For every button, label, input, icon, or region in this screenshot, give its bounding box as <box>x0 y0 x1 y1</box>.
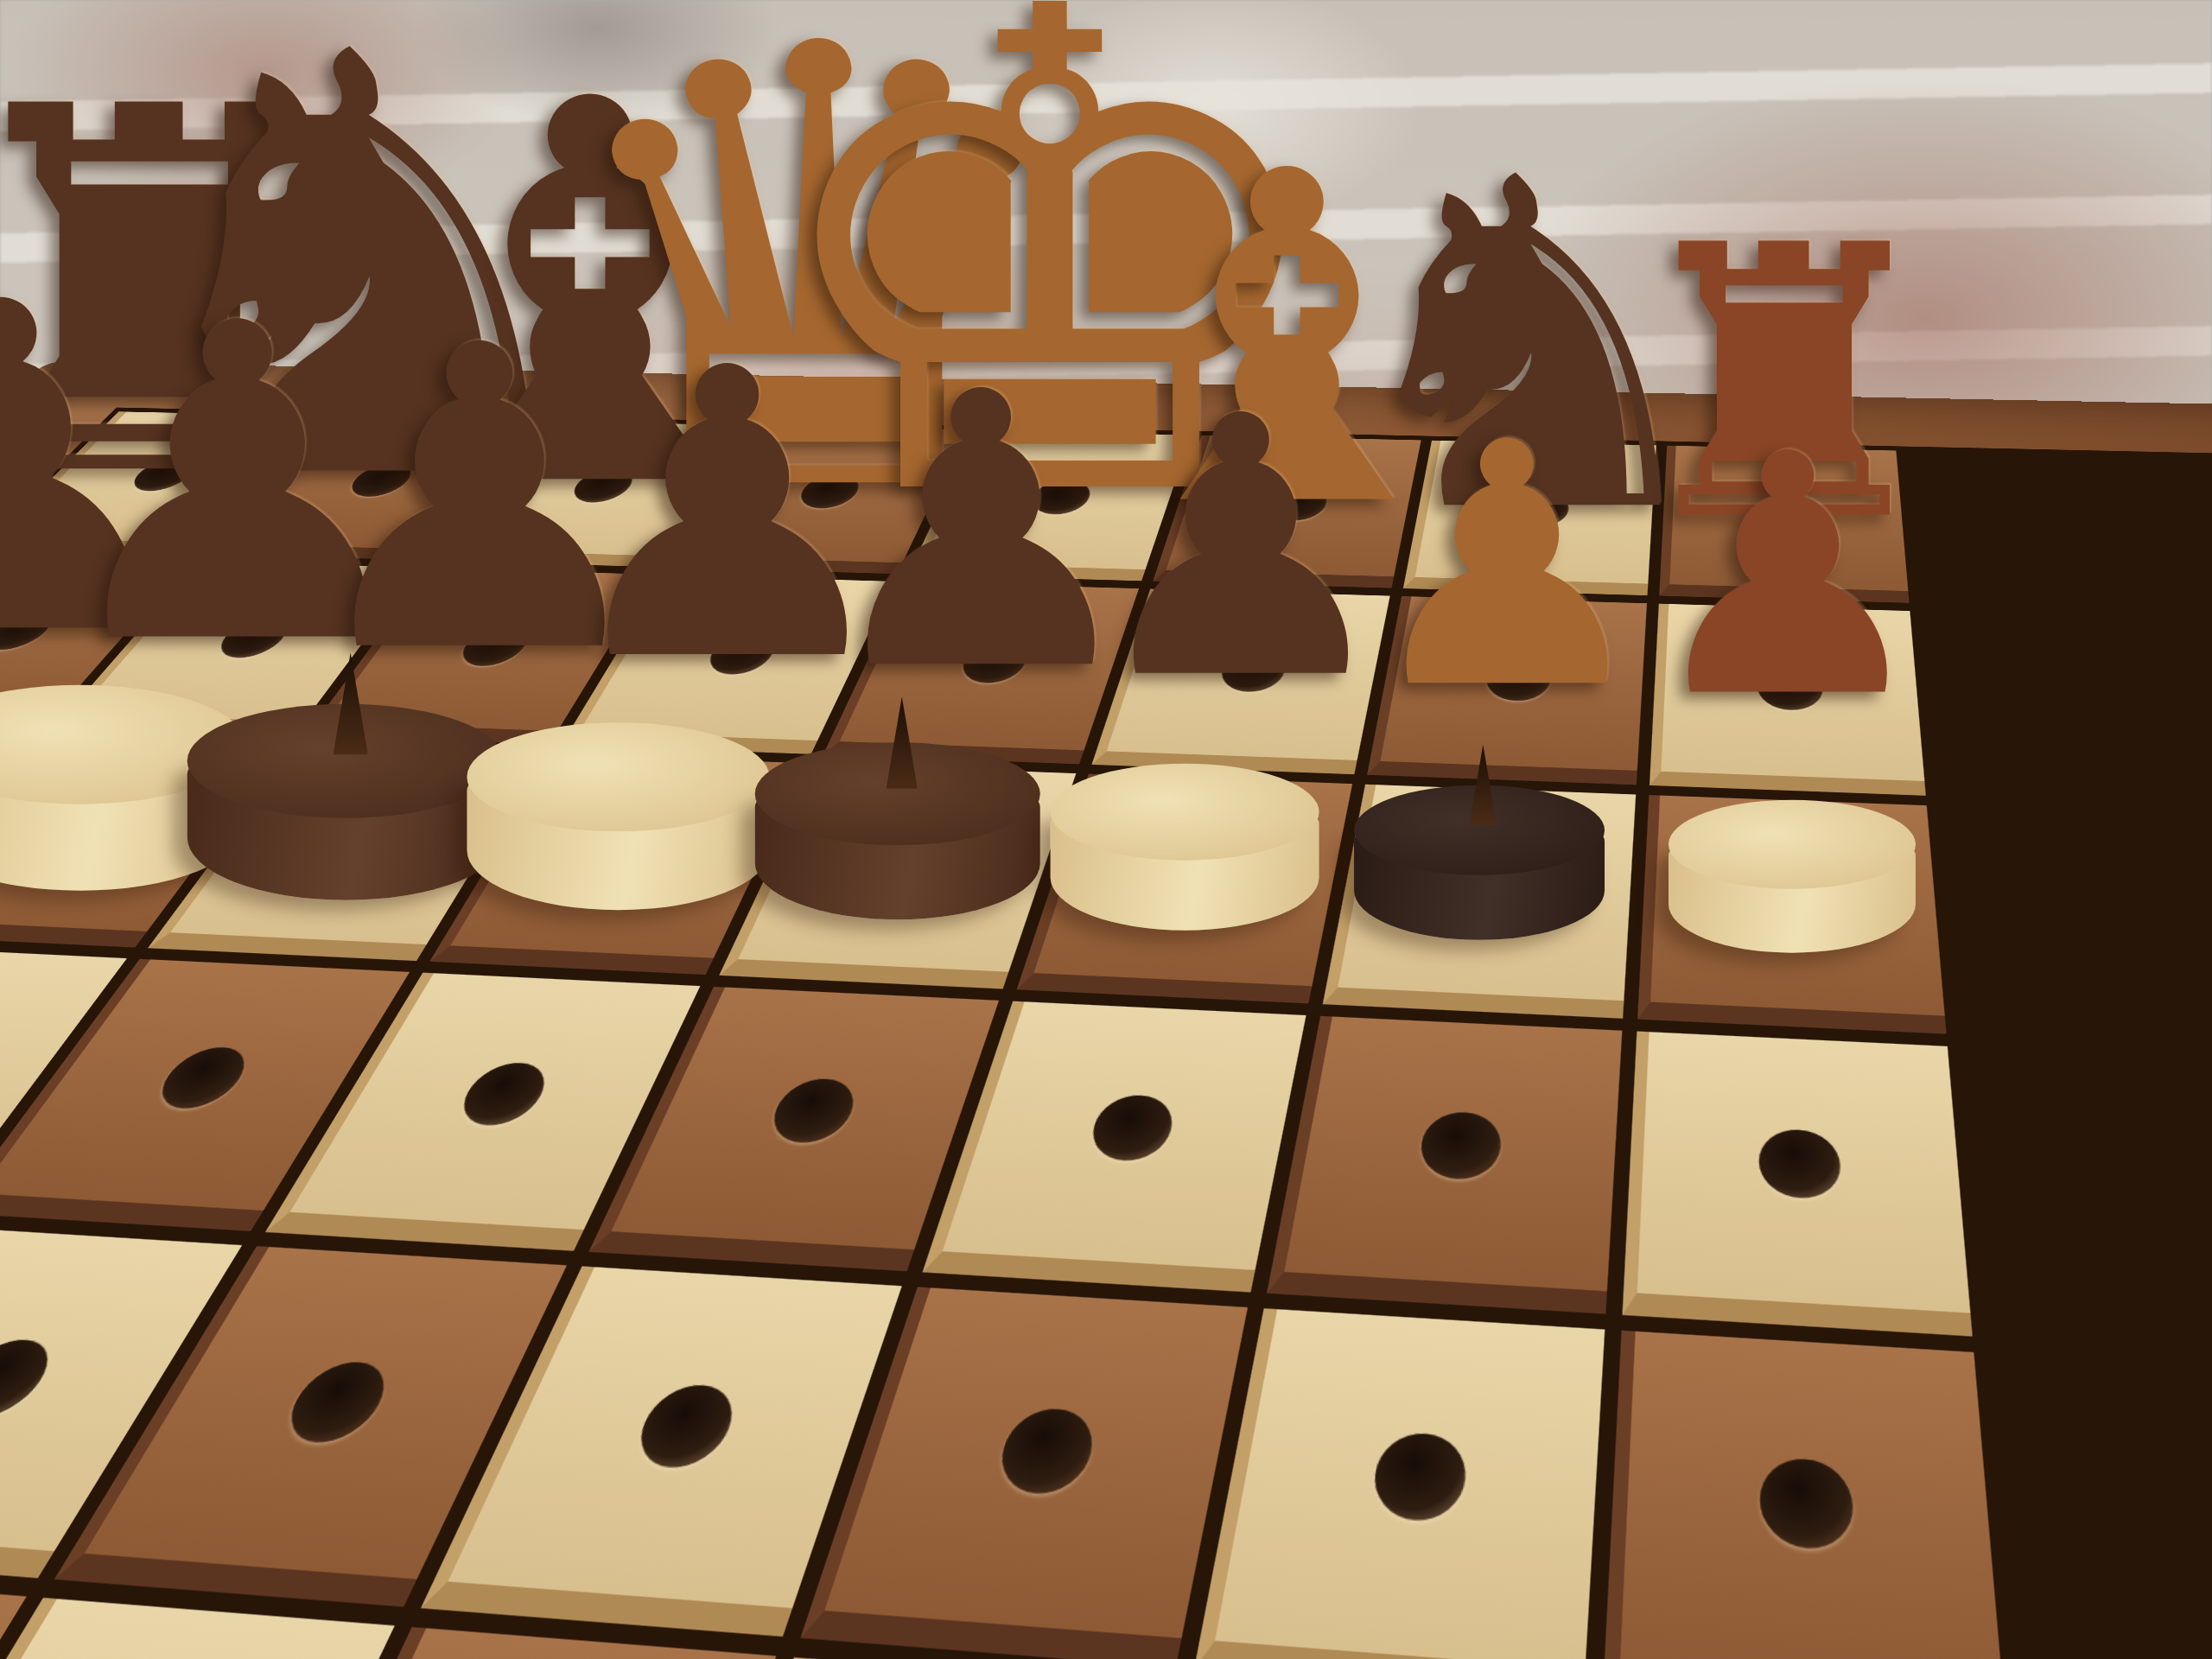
checker-dark-c6[interactable] <box>188 703 505 899</box>
checker-dark-e6[interactable] <box>755 743 1041 920</box>
checker-top-face <box>467 723 769 832</box>
piece-pawn-f7[interactable]: ♟ <box>1080 371 1401 728</box>
pieces-overlay: ♜♞♝♛♚♝♞♜♟♟♟♟♟♟♟♟ <box>0 0 2212 1659</box>
checker-top-face <box>1669 800 1916 889</box>
piece-pawn-h7[interactable]: ♟ <box>1639 411 1936 743</box>
checker-top-face <box>1050 764 1319 861</box>
scene: ♜♞♝♛♚♝♞♜♟♟♟♟♟♟♟♟ <box>0 0 2212 1659</box>
checker-light-d6[interactable] <box>467 723 769 910</box>
checker-black-g6[interactable] <box>1354 785 1605 940</box>
piece-pawn-g7[interactable]: ♟ <box>1357 399 1657 735</box>
checker-light-h6[interactable] <box>1669 800 1916 953</box>
checker-light-f6[interactable] <box>1050 764 1319 931</box>
